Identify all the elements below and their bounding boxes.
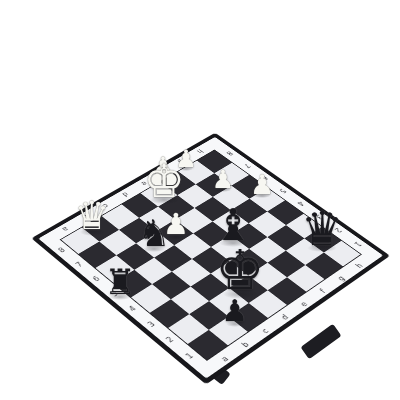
piece-white-king-d7[interactable]: ♚: [143, 158, 184, 204]
chessboard-photo: aabbccddeeffgghh1122334455667788 ♟♟♚♛♟♟♟…: [0, 0, 400, 400]
piece-black-rook-a4[interactable]: ♜: [104, 265, 135, 300]
piece-black-pawn-c1[interactable]: ♟: [222, 296, 249, 326]
piece-white-queen-b7[interactable]: ♛: [75, 196, 110, 235]
board-surface: aabbccddeeffgghh1122334455667788: [31, 133, 390, 385]
piece-white-pawn-g6[interactable]: ♟: [212, 167, 234, 192]
piece-black-queen-h2[interactable]: ♛: [301, 205, 343, 252]
piece-black-knight-c5[interactable]: ♞: [137, 215, 170, 252]
piece-black-king-d2[interactable]: ♚: [215, 243, 264, 298]
piece-white-pawn-h5[interactable]: ♟: [250, 171, 274, 198]
